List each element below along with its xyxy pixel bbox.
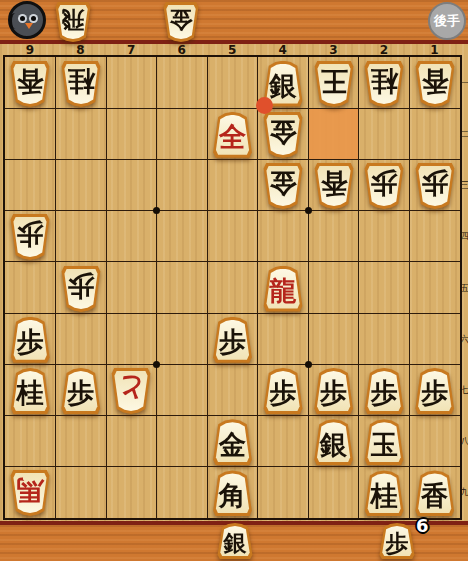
square-15[interactable] bbox=[409, 262, 460, 313]
hand-piece-飛-gote[interactable]: 飛 bbox=[54, 2, 92, 42]
grid-line bbox=[5, 313, 460, 314]
piece-香-sente-19[interactable]: 香 bbox=[414, 470, 456, 516]
koma-shape: 金 bbox=[212, 419, 254, 465]
square-14[interactable] bbox=[409, 211, 460, 262]
piece-銀-sente-38[interactable]: 銀 bbox=[313, 419, 355, 465]
koma-shape: 歩 bbox=[9, 317, 51, 363]
koma-glyph: 歩 bbox=[378, 523, 416, 559]
grid-line bbox=[358, 57, 359, 518]
koma-shape: 歩 bbox=[212, 317, 254, 363]
piece-馬-gote-99[interactable]: 馬 bbox=[9, 470, 51, 516]
last-move-marker-icon bbox=[256, 97, 273, 114]
eye-icon bbox=[20, 16, 25, 21]
piece-歩-sente-87[interactable]: 歩 bbox=[60, 368, 102, 414]
koma-shape: 王 bbox=[313, 61, 355, 107]
koma-glyph: 歩 bbox=[60, 266, 102, 312]
koma-shape: 歩 bbox=[262, 368, 304, 414]
koma-glyph: 金 bbox=[262, 163, 304, 209]
piece-歩-gote-85[interactable]: 歩 bbox=[60, 266, 102, 312]
square-76[interactable] bbox=[106, 313, 157, 364]
square-74[interactable] bbox=[106, 211, 157, 262]
grid-line bbox=[308, 57, 309, 518]
koma-glyph: 桂 bbox=[363, 470, 405, 516]
koma-shape: 歩 bbox=[378, 523, 416, 559]
koma-glyph: 王 bbox=[313, 61, 355, 107]
koma-glyph: 歩 bbox=[9, 214, 51, 260]
square-75[interactable] bbox=[106, 262, 157, 313]
koma-glyph: 全 bbox=[212, 112, 254, 158]
square-64[interactable] bbox=[157, 211, 208, 262]
piece-桂-sente-29[interactable]: 桂 bbox=[363, 470, 405, 516]
square-39[interactable] bbox=[308, 467, 359, 518]
square-66[interactable] bbox=[157, 313, 208, 364]
grid-line bbox=[5, 415, 460, 416]
piece-桂-gote-81[interactable]: 桂 bbox=[60, 61, 102, 107]
square-86[interactable] bbox=[56, 313, 107, 364]
koma-shape: 金 bbox=[262, 163, 304, 209]
grid-line bbox=[106, 57, 107, 518]
koma-glyph: 香 bbox=[414, 61, 456, 107]
koma-glyph: 龍 bbox=[262, 266, 304, 312]
square-49[interactable] bbox=[258, 467, 309, 518]
koma-glyph: と bbox=[110, 368, 152, 414]
koma-glyph: 香 bbox=[414, 470, 456, 516]
piece-全-sente-52[interactable]: 全 bbox=[212, 112, 254, 158]
hand-piece-金-gote[interactable]: 金 bbox=[162, 2, 200, 42]
koma-shape: 歩 bbox=[9, 214, 51, 260]
koma-glyph: 香 bbox=[313, 163, 355, 209]
star-point bbox=[305, 207, 312, 214]
koma-glyph: 玉 bbox=[363, 419, 405, 465]
koma-shape: 香 bbox=[9, 61, 51, 107]
square-78[interactable] bbox=[106, 416, 157, 467]
koma-shape: 香 bbox=[414, 61, 456, 107]
piece-龍-sente-45[interactable]: 龍 bbox=[262, 266, 304, 312]
piece-歩-sente-96[interactable]: 歩 bbox=[9, 317, 51, 363]
square-12[interactable] bbox=[409, 108, 460, 159]
piece-香-gote-11[interactable]: 香 bbox=[414, 61, 456, 107]
koma-shape: 歩 bbox=[313, 368, 355, 414]
koma-glyph: 歩 bbox=[414, 163, 456, 209]
koma-glyph: 金 bbox=[162, 2, 200, 42]
gote-badge: 後手 bbox=[428, 2, 466, 40]
square-88[interactable] bbox=[56, 416, 107, 467]
square-62[interactable] bbox=[157, 108, 208, 159]
grid-line bbox=[5, 108, 460, 109]
square-54[interactable] bbox=[207, 211, 258, 262]
piece-歩-sente-17[interactable]: 歩 bbox=[414, 368, 456, 414]
square-84[interactable] bbox=[56, 211, 107, 262]
square-79[interactable] bbox=[106, 467, 157, 518]
koma-shape: と bbox=[110, 368, 152, 414]
square-26[interactable] bbox=[359, 313, 410, 364]
square-63[interactable] bbox=[157, 159, 208, 210]
piece-歩-sente-56[interactable]: 歩 bbox=[212, 317, 254, 363]
square-55[interactable] bbox=[207, 262, 258, 313]
square-18[interactable] bbox=[409, 416, 460, 467]
koma-glyph: 金 bbox=[212, 419, 254, 465]
hand-piece-銀-sente[interactable]: 銀 bbox=[216, 523, 254, 559]
star-point bbox=[153, 361, 160, 368]
grid-line bbox=[5, 261, 460, 262]
piece-歩-gote-94[interactable]: 歩 bbox=[9, 214, 51, 260]
koma-glyph: 桂 bbox=[9, 368, 51, 414]
square-89[interactable] bbox=[56, 467, 107, 518]
piece-金-gote-42[interactable]: 金 bbox=[262, 112, 304, 158]
square-48[interactable] bbox=[258, 416, 309, 467]
koma-glyph: 桂 bbox=[363, 61, 405, 107]
square-25[interactable] bbox=[359, 262, 410, 313]
square-67[interactable] bbox=[157, 364, 208, 415]
piece-王-gote-31[interactable]: 王 bbox=[313, 61, 355, 107]
koma-shape: 銀 bbox=[313, 419, 355, 465]
square-82[interactable] bbox=[56, 108, 107, 159]
piece-歩-sente-27[interactable]: 歩 bbox=[363, 368, 405, 414]
koma-shape: 桂 bbox=[363, 61, 405, 107]
koma-glyph: 馬 bbox=[9, 470, 51, 516]
koma-glyph: 歩 bbox=[313, 368, 355, 414]
square-98[interactable] bbox=[5, 416, 56, 467]
square-57[interactable] bbox=[207, 364, 258, 415]
koma-glyph: 歩 bbox=[9, 317, 51, 363]
piece-と-gote-77[interactable]: と bbox=[110, 368, 152, 414]
square-68[interactable] bbox=[157, 416, 208, 467]
koma-glyph: 歩 bbox=[414, 368, 456, 414]
hand-piece-歩-sente[interactable]: 歩 bbox=[378, 523, 416, 559]
square-51[interactable] bbox=[207, 57, 258, 108]
grid-line bbox=[156, 57, 157, 518]
koma-glyph: 銀 bbox=[216, 523, 254, 559]
koma-glyph: 歩 bbox=[363, 163, 405, 209]
square-61[interactable] bbox=[157, 57, 208, 108]
star-point bbox=[305, 361, 312, 368]
koma-shape: 金 bbox=[162, 2, 200, 42]
piece-金-gote-43[interactable]: 金 bbox=[262, 163, 304, 209]
piece-歩-gote-23[interactable]: 歩 bbox=[363, 163, 405, 209]
koma-shape: 歩 bbox=[414, 163, 456, 209]
koma-shape: 玉 bbox=[363, 419, 405, 465]
square-53[interactable] bbox=[207, 159, 258, 210]
grid-line bbox=[5, 364, 460, 365]
beak-icon bbox=[25, 23, 33, 29]
koma-glyph: 銀 bbox=[313, 419, 355, 465]
koma-shape: 金 bbox=[262, 112, 304, 158]
grid-line bbox=[409, 57, 410, 518]
koma-shape: 飛 bbox=[54, 2, 92, 42]
koma-glyph: 角 bbox=[212, 470, 254, 516]
koma-shape: 桂 bbox=[363, 470, 405, 516]
koma-shape: 角 bbox=[212, 470, 254, 516]
piece-歩-sente-47[interactable]: 歩 bbox=[262, 368, 304, 414]
square-92[interactable] bbox=[5, 108, 56, 159]
grid-line bbox=[5, 210, 460, 211]
square-93[interactable] bbox=[5, 159, 56, 210]
piece-金-sente-58[interactable]: 金 bbox=[212, 419, 254, 465]
square-24[interactable] bbox=[359, 211, 410, 262]
koma-shape: 桂 bbox=[60, 61, 102, 107]
piece-歩-sente-37[interactable]: 歩 bbox=[313, 368, 355, 414]
square-35[interactable] bbox=[308, 262, 359, 313]
gote-avatar-icon bbox=[8, 1, 46, 39]
koma-glyph: 金 bbox=[262, 112, 304, 158]
koma-shape: 歩 bbox=[363, 368, 405, 414]
koma-shape: 銀 bbox=[216, 523, 254, 559]
koma-shape: 桂 bbox=[9, 368, 51, 414]
koma-glyph: 飛 bbox=[54, 2, 92, 42]
koma-glyph: 香 bbox=[9, 61, 51, 107]
square-46[interactable] bbox=[258, 313, 309, 364]
koma-glyph: 歩 bbox=[363, 368, 405, 414]
koma-glyph: 桂 bbox=[60, 61, 102, 107]
shogi-board: 香桂銀王桂香全金金香歩歩歩歩龍歩歩桂歩と歩歩歩歩金銀玉馬角桂香 bbox=[3, 55, 462, 520]
eye-icon bbox=[31, 16, 36, 21]
square-32[interactable] bbox=[308, 108, 359, 159]
square-69[interactable] bbox=[157, 467, 208, 518]
koma-shape: 歩 bbox=[414, 368, 456, 414]
koma-glyph: 歩 bbox=[60, 368, 102, 414]
piece-歩-gote-13[interactable]: 歩 bbox=[414, 163, 456, 209]
piece-桂-gote-21[interactable]: 桂 bbox=[363, 61, 405, 107]
koma-glyph: 歩 bbox=[212, 317, 254, 363]
piece-玉-sente-28[interactable]: 玉 bbox=[363, 419, 405, 465]
square-95[interactable] bbox=[5, 262, 56, 313]
square-72[interactable] bbox=[106, 108, 157, 159]
piece-香-gote-33[interactable]: 香 bbox=[313, 163, 355, 209]
square-71[interactable] bbox=[106, 57, 157, 108]
koma-shape: 全 bbox=[212, 112, 254, 158]
square-65[interactable] bbox=[157, 262, 208, 313]
koma-shape: 歩 bbox=[60, 368, 102, 414]
koma-shape: 龍 bbox=[262, 266, 304, 312]
grid-line bbox=[207, 57, 208, 518]
piece-角-sente-59[interactable]: 角 bbox=[212, 470, 254, 516]
koma-shape: 歩 bbox=[60, 266, 102, 312]
grid-line bbox=[5, 159, 460, 160]
wing-icon bbox=[9, 13, 22, 29]
square-36[interactable] bbox=[308, 313, 359, 364]
koma-glyph: 歩 bbox=[262, 368, 304, 414]
koma-shape: 香 bbox=[414, 470, 456, 516]
square-73[interactable] bbox=[106, 159, 157, 210]
koma-shape: 香 bbox=[313, 163, 355, 209]
square-16[interactable] bbox=[409, 313, 460, 364]
grid-line bbox=[55, 57, 56, 518]
piece-桂-sente-97[interactable]: 桂 bbox=[9, 368, 51, 414]
grid-line bbox=[257, 57, 258, 518]
hand-count-歩: 6 bbox=[416, 515, 429, 536]
square-22[interactable] bbox=[359, 108, 410, 159]
grid-line bbox=[5, 466, 460, 467]
square-44[interactable] bbox=[258, 211, 309, 262]
koma-shape: 歩 bbox=[363, 163, 405, 209]
shogi-app: 後手 987654321 一二三四五六七八九 香桂銀王桂香全金金香歩歩歩歩龍歩歩… bbox=[0, 0, 468, 561]
square-34[interactable] bbox=[308, 211, 359, 262]
koma-shape: 馬 bbox=[9, 470, 51, 516]
square-83[interactable] bbox=[56, 159, 107, 210]
piece-香-gote-91[interactable]: 香 bbox=[9, 61, 51, 107]
